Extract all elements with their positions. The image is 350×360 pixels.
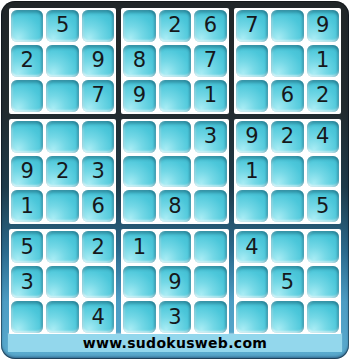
cell-r7c6[interactable] (194, 231, 226, 263)
cell-r1c4[interactable] (123, 10, 155, 42)
cell-r5c1[interactable]: 9 (11, 156, 43, 188)
cell-r5c8[interactable] (271, 156, 303, 188)
sudoku-box-3-1: 5234 (9, 229, 116, 335)
cell-r3c4[interactable]: 9 (123, 80, 155, 112)
sudoku-box-2-2: 38 (121, 119, 228, 225)
cell-r9c4[interactable] (123, 301, 155, 333)
cell-r7c3[interactable]: 2 (82, 231, 114, 263)
cell-r1c1[interactable] (11, 10, 43, 42)
cell-r2c4[interactable]: 8 (123, 45, 155, 77)
cell-r2c5[interactable] (159, 45, 191, 77)
cell-r3c1[interactable] (11, 80, 43, 112)
sudoku-box-1-1: 5297 (9, 8, 116, 114)
cell-r8c8[interactable]: 5 (271, 266, 303, 298)
cell-r5c4[interactable] (123, 156, 155, 188)
cell-r6c9[interactable]: 5 (307, 190, 339, 222)
cell-r2c6[interactable]: 7 (194, 45, 226, 77)
cell-r5c5[interactable] (159, 156, 191, 188)
cell-r3c9[interactable]: 2 (307, 80, 339, 112)
sudoku-board: 529726879179162923163892415523419345 (9, 8, 341, 335)
cell-r1c3[interactable] (82, 10, 114, 42)
cell-r6c5[interactable]: 8 (159, 190, 191, 222)
cell-r6c8[interactable] (271, 190, 303, 222)
site-link[interactable]: www.sudokusweb.com (83, 335, 267, 351)
cell-r6c3[interactable]: 6 (82, 190, 114, 222)
cell-r8c7[interactable] (236, 266, 268, 298)
cell-r5c7[interactable]: 1 (236, 156, 268, 188)
cell-r3c5[interactable] (159, 80, 191, 112)
cell-r3c3[interactable]: 7 (82, 80, 114, 112)
cell-r6c7[interactable] (236, 190, 268, 222)
cell-r2c3[interactable]: 9 (82, 45, 114, 77)
cell-r5c6[interactable] (194, 156, 226, 188)
cell-r4c5[interactable] (159, 121, 191, 153)
cell-r1c7[interactable]: 7 (236, 10, 268, 42)
cell-r7c2[interactable] (46, 231, 78, 263)
cell-r2c1[interactable]: 2 (11, 45, 43, 77)
cell-r6c2[interactable] (46, 190, 78, 222)
cell-r8c2[interactable] (46, 266, 78, 298)
cell-r6c1[interactable]: 1 (11, 190, 43, 222)
cell-r3c8[interactable]: 6 (271, 80, 303, 112)
cell-r4c9[interactable]: 4 (307, 121, 339, 153)
cell-r8c3[interactable] (82, 266, 114, 298)
cell-r9c7[interactable] (236, 301, 268, 333)
cell-r3c7[interactable] (236, 80, 268, 112)
cell-r2c7[interactable] (236, 45, 268, 77)
cell-r2c2[interactable] (46, 45, 78, 77)
cell-r7c1[interactable]: 5 (11, 231, 43, 263)
cell-r1c9[interactable]: 9 (307, 10, 339, 42)
cell-r1c5[interactable]: 2 (159, 10, 191, 42)
cell-r7c5[interactable] (159, 231, 191, 263)
cell-r2c9[interactable]: 1 (307, 45, 339, 77)
sudoku-box-1-2: 268791 (121, 8, 228, 114)
cell-r4c6[interactable]: 3 (194, 121, 226, 153)
cell-r4c7[interactable]: 9 (236, 121, 268, 153)
cell-r4c1[interactable] (11, 121, 43, 153)
cell-r2c8[interactable] (271, 45, 303, 77)
cell-r9c8[interactable] (271, 301, 303, 333)
cell-r7c8[interactable] (271, 231, 303, 263)
cell-r9c2[interactable] (46, 301, 78, 333)
cell-r9c6[interactable] (194, 301, 226, 333)
cell-r6c6[interactable] (194, 190, 226, 222)
cell-r9c9[interactable] (307, 301, 339, 333)
cell-r4c8[interactable]: 2 (271, 121, 303, 153)
cell-r8c4[interactable] (123, 266, 155, 298)
cell-r5c9[interactable] (307, 156, 339, 188)
cell-r8c6[interactable] (194, 266, 226, 298)
cell-r4c4[interactable] (123, 121, 155, 153)
sudoku-box-3-2: 193 (121, 229, 228, 335)
cell-r6c4[interactable] (123, 190, 155, 222)
cell-r4c3[interactable] (82, 121, 114, 153)
cell-r3c6[interactable]: 1 (194, 80, 226, 112)
cell-r8c5[interactable]: 9 (159, 266, 191, 298)
cell-r8c9[interactable] (307, 266, 339, 298)
sudoku-box-3-3: 45 (234, 229, 341, 335)
sudoku-box-1-3: 79162 (234, 8, 341, 114)
cell-r9c3[interactable]: 4 (82, 301, 114, 333)
cell-r3c2[interactable] (46, 80, 78, 112)
cell-r8c1[interactable]: 3 (11, 266, 43, 298)
cell-r9c1[interactable] (11, 301, 43, 333)
sudoku-box-2-3: 92415 (234, 119, 341, 225)
cell-r7c7[interactable]: 4 (236, 231, 268, 263)
cell-r9c5[interactable]: 3 (159, 301, 191, 333)
cell-r1c6[interactable]: 6 (194, 10, 226, 42)
cell-r4c2[interactable] (46, 121, 78, 153)
cell-r5c3[interactable]: 3 (82, 156, 114, 188)
sudoku-box-2-1: 92316 (9, 119, 116, 225)
cell-r7c9[interactable] (307, 231, 339, 263)
cell-r7c4[interactable]: 1 (123, 231, 155, 263)
footer-bar: www.sudokusweb.com (8, 334, 342, 352)
cell-r1c2[interactable]: 5 (46, 10, 78, 42)
cell-r5c2[interactable]: 2 (46, 156, 78, 188)
cell-r1c8[interactable] (271, 10, 303, 42)
